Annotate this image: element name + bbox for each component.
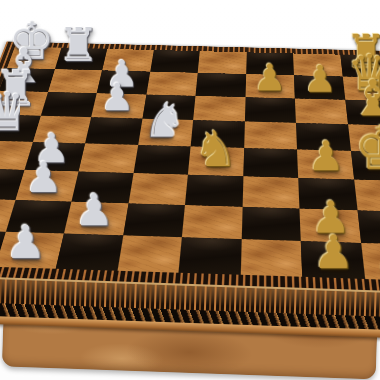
square-f2[interactable] [40,92,96,118]
piece-black-knight[interactable]: ♞ [193,124,237,173]
piece-white-pawn[interactable]: ♟ [5,219,46,265]
piece-white-pawn[interactable]: ♟ [74,188,114,232]
square-f5[interactable] [193,96,245,122]
square-e3[interactable] [85,117,142,145]
piece-white-pawn[interactable]: ♟ [25,156,63,198]
square-d8[interactable]: ♚ [351,151,380,181]
square-g6[interactable]: ♟ [245,74,295,98]
square-d3[interactable] [79,143,138,173]
chess-board: ♚♜♜♝♟♟♟♛♜♟♝♛♞♟♞♟♚♟♟♟♟♟♟ [0,41,380,294]
chess-set-photo: ♚♜♜♝♟♟♟♛♜♟♝♛♞♟♞♟♚♟♟♟♟♟♟ [0,0,380,380]
square-g5[interactable] [195,73,245,97]
square-f6[interactable] [244,97,295,123]
piece-black-pawn[interactable]: ♟ [303,60,336,97]
square-b4[interactable] [123,203,185,237]
square-h4[interactable] [150,50,200,73]
square-a3[interactable] [56,234,123,271]
square-a8[interactable]: ♟ [361,243,380,281]
piece-black-king[interactable]: ♚ [354,118,380,178]
piece-black-pawn[interactable]: ♟ [307,135,344,176]
square-c2[interactable]: ♟ [15,170,78,202]
square-a6[interactable] [240,239,302,277]
square-a4[interactable] [117,236,182,273]
square-g7[interactable]: ♟ [294,75,345,99]
square-a7[interactable]: ♟ [301,241,365,279]
square-f3[interactable]: ♟ [91,93,146,119]
square-c5[interactable] [185,175,243,207]
square-c8[interactable] [354,179,380,211]
square-b6[interactable] [241,207,301,242]
square-g2[interactable] [48,69,102,93]
square-e4[interactable]: ♞ [138,119,193,147]
piece-white-knight[interactable]: ♞ [143,96,186,143]
square-f7[interactable] [295,98,348,124]
piece-white-pawn[interactable]: ♟ [100,78,134,116]
square-c4[interactable] [128,173,188,205]
square-d7[interactable]: ♟ [297,149,354,179]
square-h5[interactable] [198,51,247,74]
square-h2[interactable]: ♜ [55,48,108,71]
piece-white-queen[interactable]: ♛ [0,86,31,139]
square-b5[interactable] [182,205,242,240]
square-d5[interactable]: ♞ [188,146,244,176]
square-c6[interactable] [242,176,299,208]
square-e6[interactable] [244,122,297,150]
square-d4[interactable] [133,145,191,175]
piece-black-pawn[interactable]: ♟ [253,59,286,96]
board-frame: ♚♜♜♝♟♟♟♛♜♟♝♛♞♟♞♟♚♟♟♟♟♟♟ [0,41,380,294]
square-b3[interactable]: ♟ [64,201,128,235]
piece-black-pawn[interactable]: ♟ [375,231,380,277]
square-a5[interactable] [178,237,241,274]
board-grid: ♚♜♜♝♟♟♟♛♜♟♝♛♞♟♞♟♚♟♟♟♟♟♟ [0,47,380,281]
piece-white-rook[interactable]: ♜ [58,22,100,68]
square-d6[interactable] [243,148,298,178]
square-a2[interactable]: ♟ [0,232,64,269]
piece-black-pawn[interactable]: ♟ [312,229,353,275]
